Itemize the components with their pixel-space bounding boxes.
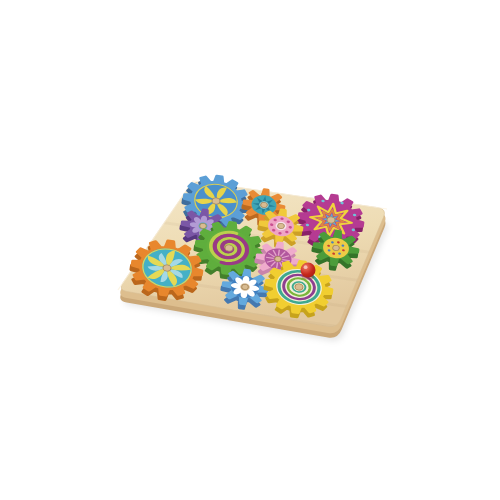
product-photo <box>0 0 500 500</box>
knob-ball <box>301 263 316 278</box>
toy-scene <box>0 0 500 500</box>
knob-highlight <box>304 265 308 269</box>
crank-knob-red <box>301 263 316 280</box>
